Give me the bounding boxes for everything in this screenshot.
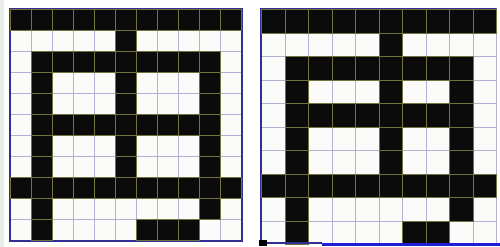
- grid-cell[interactable]: [158, 31, 178, 51]
- grid-cell[interactable]: [137, 178, 157, 198]
- grid-cell[interactable]: [137, 31, 157, 51]
- grid-cell[interactable]: [179, 136, 199, 156]
- grid-cell[interactable]: [474, 10, 497, 33]
- grid-cell[interactable]: [309, 198, 332, 221]
- grid-cell[interactable]: [116, 157, 136, 177]
- grid-cell[interactable]: [74, 10, 94, 30]
- grid-cell[interactable]: [221, 94, 241, 114]
- grid-cell[interactable]: [403, 198, 426, 221]
- grid-cell[interactable]: [11, 115, 31, 135]
- pixel-grid-left-11x11: [9, 8, 243, 242]
- grid-cell[interactable]: [116, 115, 136, 135]
- grid-cell[interactable]: [11, 10, 31, 30]
- grid-cell[interactable]: [53, 52, 73, 72]
- grid-cell[interactable]: [356, 81, 379, 104]
- grid-cell[interactable]: [32, 10, 52, 30]
- grid-cell[interactable]: [32, 31, 52, 51]
- grid-cell[interactable]: [200, 136, 220, 156]
- grid-cell[interactable]: [116, 199, 136, 219]
- grid-cell[interactable]: [333, 81, 356, 104]
- grid-cell[interactable]: [137, 136, 157, 156]
- grid-cell[interactable]: [137, 52, 157, 72]
- grid-cell[interactable]: [200, 199, 220, 219]
- grid-cell[interactable]: [380, 128, 403, 151]
- grid-cell[interactable]: [95, 115, 115, 135]
- grid-cell[interactable]: [333, 104, 356, 127]
- grid-cell[interactable]: [380, 175, 403, 198]
- grid-cell[interactable]: [309, 104, 332, 127]
- grid-cell[interactable]: [11, 136, 31, 156]
- grid-cell[interactable]: [427, 34, 450, 57]
- grid-cell[interactable]: [309, 175, 332, 198]
- grid-cell[interactable]: [450, 222, 473, 245]
- grid-cell[interactable]: [333, 128, 356, 151]
- grid-cell[interactable]: [11, 157, 31, 177]
- grid-cell[interactable]: [74, 220, 94, 240]
- grid-cell[interactable]: [53, 220, 73, 240]
- grid-cell[interactable]: [450, 34, 473, 57]
- grid-cell[interactable]: [32, 220, 52, 240]
- grid-cell[interactable]: [309, 222, 332, 245]
- grid-cell[interactable]: [221, 31, 241, 51]
- grid-cell[interactable]: [474, 34, 497, 57]
- grid-cell[interactable]: [74, 178, 94, 198]
- corner-mark: [259, 240, 267, 246]
- grid-cell[interactable]: [427, 10, 450, 33]
- grid-cell[interactable]: [221, 157, 241, 177]
- grid-cell[interactable]: [32, 52, 52, 72]
- grid-cell[interactable]: [74, 31, 94, 51]
- grid-cell[interactable]: [200, 31, 220, 51]
- grid-cell[interactable]: [427, 222, 450, 245]
- grid-cell[interactable]: [356, 57, 379, 80]
- grid-cell[interactable]: [179, 10, 199, 30]
- grid-cell[interactable]: [95, 10, 115, 30]
- grid-cell[interactable]: [427, 57, 450, 80]
- grid-cell[interactable]: [221, 10, 241, 30]
- grid-cell[interactable]: [286, 175, 309, 198]
- grid-cell[interactable]: [474, 104, 497, 127]
- grid-cell[interactable]: [380, 151, 403, 174]
- grid-cell[interactable]: [158, 115, 178, 135]
- grid-cell[interactable]: [200, 10, 220, 30]
- grid-cell[interactable]: [427, 81, 450, 104]
- grid-cell[interactable]: [286, 222, 309, 245]
- grid-cell[interactable]: [32, 199, 52, 219]
- grid-cell[interactable]: [179, 199, 199, 219]
- grid-cell[interactable]: [262, 57, 285, 80]
- grid-cell[interactable]: [286, 10, 309, 33]
- grid-cell[interactable]: [11, 52, 31, 72]
- window-bottom-edge-line: [322, 243, 500, 246]
- grid-cell[interactable]: [179, 31, 199, 51]
- grid-cell[interactable]: [309, 81, 332, 104]
- grid-cell[interactable]: [403, 175, 426, 198]
- grid-cell[interactable]: [179, 73, 199, 93]
- right-grid-bottom-border: [260, 242, 322, 244]
- grid-cell[interactable]: [356, 175, 379, 198]
- grid-cell[interactable]: [74, 94, 94, 114]
- grid-cell[interactable]: [427, 151, 450, 174]
- left-window-edge-strip: [0, 0, 4, 247]
- grid-cell[interactable]: [221, 199, 241, 219]
- grid-cell[interactable]: [450, 104, 473, 127]
- grid-cell[interactable]: [450, 57, 473, 80]
- grid-cell[interactable]: [474, 57, 497, 80]
- grid-cell[interactable]: [158, 52, 178, 72]
- grid-cell[interactable]: [95, 157, 115, 177]
- grid-cell[interactable]: [53, 199, 73, 219]
- grid-cell[interactable]: [137, 199, 157, 219]
- grid-cell[interactable]: [53, 73, 73, 93]
- grid-cell[interactable]: [95, 52, 115, 72]
- grid-cell[interactable]: [179, 178, 199, 198]
- grid-cell[interactable]: [53, 157, 73, 177]
- grid-cell[interactable]: [474, 175, 497, 198]
- grid-cell[interactable]: [221, 220, 241, 240]
- grid-cell[interactable]: [200, 52, 220, 72]
- grid-cell[interactable]: [286, 104, 309, 127]
- grid-cell[interactable]: [286, 151, 309, 174]
- grid-cell[interactable]: [427, 198, 450, 221]
- grid-cell[interactable]: [403, 222, 426, 245]
- grid-cell[interactable]: [53, 31, 73, 51]
- grid-cell[interactable]: [333, 222, 356, 245]
- grid-cell[interactable]: [286, 198, 309, 221]
- grid-cell[interactable]: [11, 94, 31, 114]
- grid-cell[interactable]: [11, 178, 31, 198]
- grid-cell[interactable]: [137, 220, 157, 240]
- grid-cell[interactable]: [200, 94, 220, 114]
- grid-cell[interactable]: [116, 94, 136, 114]
- grid-cell[interactable]: [286, 57, 309, 80]
- grid-cell[interactable]: [474, 222, 497, 245]
- grid-cell[interactable]: [262, 34, 285, 57]
- pixel-grid-right-10x10: [260, 8, 497, 244]
- grid-cell[interactable]: [116, 10, 136, 30]
- grid-cell[interactable]: [116, 220, 136, 240]
- grid-cell[interactable]: [95, 178, 115, 198]
- grid-cell[interactable]: [221, 178, 241, 198]
- grid-cell[interactable]: [95, 220, 115, 240]
- grid-cell[interactable]: [137, 73, 157, 93]
- grid-cell[interactable]: [262, 10, 285, 33]
- grid-cell[interactable]: [11, 73, 31, 93]
- grid-cell[interactable]: [309, 57, 332, 80]
- grid-cell[interactable]: [403, 151, 426, 174]
- grid-cell[interactable]: [200, 73, 220, 93]
- grid-cell[interactable]: [474, 128, 497, 151]
- grid-cell[interactable]: [116, 178, 136, 198]
- grid-cell[interactable]: [262, 104, 285, 127]
- grid-cell[interactable]: [221, 115, 241, 135]
- grid-cell[interactable]: [380, 81, 403, 104]
- grid-cell[interactable]: [221, 52, 241, 72]
- grid-cell[interactable]: [158, 220, 178, 240]
- grid-cell[interactable]: [74, 199, 94, 219]
- grid-cell[interactable]: [179, 220, 199, 240]
- grid-cell[interactable]: [53, 94, 73, 114]
- grid-cell[interactable]: [179, 52, 199, 72]
- grid-cell[interactable]: [309, 151, 332, 174]
- grid-cell[interactable]: [380, 104, 403, 127]
- grid-cell[interactable]: [74, 73, 94, 93]
- grid-cell[interactable]: [74, 136, 94, 156]
- grid-cell[interactable]: [11, 31, 31, 51]
- grid-cell[interactable]: [356, 34, 379, 57]
- grid-cell[interactable]: [158, 10, 178, 30]
- grid-cell[interactable]: [32, 136, 52, 156]
- grid-cell[interactable]: [95, 136, 115, 156]
- grid-cell[interactable]: [474, 198, 497, 221]
- grid-cell[interactable]: [179, 94, 199, 114]
- grid-cell[interactable]: [158, 157, 178, 177]
- grid-cell[interactable]: [179, 115, 199, 135]
- grid-cell[interactable]: [137, 157, 157, 177]
- grid-cell[interactable]: [137, 94, 157, 114]
- grid-cell[interactable]: [221, 136, 241, 156]
- grid-cell[interactable]: [380, 10, 403, 33]
- grid-cell[interactable]: [356, 128, 379, 151]
- grid-cell[interactable]: [333, 10, 356, 33]
- grid-cell[interactable]: [403, 81, 426, 104]
- grid-cell[interactable]: [356, 198, 379, 221]
- grid-cell[interactable]: [309, 128, 332, 151]
- grid-cell[interactable]: [450, 10, 473, 33]
- grid-cell[interactable]: [427, 128, 450, 151]
- grid-cell[interactable]: [356, 104, 379, 127]
- grid-cell[interactable]: [221, 73, 241, 93]
- grid-cell[interactable]: [53, 178, 73, 198]
- grid-cell[interactable]: [95, 31, 115, 51]
- grid-cell[interactable]: [474, 81, 497, 104]
- grid-cell[interactable]: [53, 10, 73, 30]
- grid-cell[interactable]: [95, 73, 115, 93]
- grid-cell[interactable]: [137, 115, 157, 135]
- grid-cell[interactable]: [380, 34, 403, 57]
- grid-cell[interactable]: [286, 128, 309, 151]
- grid-cell[interactable]: [53, 115, 73, 135]
- grid-cell[interactable]: [403, 57, 426, 80]
- grid-cell[interactable]: [158, 94, 178, 114]
- grid-cell[interactable]: [262, 81, 285, 104]
- grid-cell[interactable]: [333, 198, 356, 221]
- grid-cell[interactable]: [158, 178, 178, 198]
- grid-cell[interactable]: [158, 73, 178, 93]
- grid-cell[interactable]: [333, 175, 356, 198]
- grid-cell[interactable]: [179, 157, 199, 177]
- grid-cell[interactable]: [403, 128, 426, 151]
- grid-cell[interactable]: [74, 115, 94, 135]
- grid-cell[interactable]: [95, 94, 115, 114]
- grid-cell[interactable]: [450, 151, 473, 174]
- grid-cell[interactable]: [450, 81, 473, 104]
- grid-cell[interactable]: [116, 52, 136, 72]
- grid-cell[interactable]: [200, 157, 220, 177]
- grid-cell[interactable]: [74, 157, 94, 177]
- grid-cell[interactable]: [32, 115, 52, 135]
- grid-cell[interactable]: [380, 198, 403, 221]
- grid-cell[interactable]: [11, 199, 31, 219]
- grid-cell[interactable]: [116, 31, 136, 51]
- grid-cell[interactable]: [333, 151, 356, 174]
- grid-cell[interactable]: [262, 175, 285, 198]
- grid-cell[interactable]: [32, 178, 52, 198]
- grid-cell[interactable]: [427, 175, 450, 198]
- grid-cell[interactable]: [262, 128, 285, 151]
- grid-cell[interactable]: [427, 104, 450, 127]
- grid-cell[interactable]: [137, 10, 157, 30]
- grid-cell[interactable]: [356, 222, 379, 245]
- grid-cell[interactable]: [309, 34, 332, 57]
- grid-cell[interactable]: [158, 199, 178, 219]
- grid-cell[interactable]: [309, 10, 332, 33]
- grid-cell[interactable]: [286, 81, 309, 104]
- grid-cell[interactable]: [286, 34, 309, 57]
- grid-cell[interactable]: [380, 57, 403, 80]
- grid-cell[interactable]: [262, 151, 285, 174]
- grid-cell[interactable]: [158, 136, 178, 156]
- grid-cell[interactable]: [95, 199, 115, 219]
- grid-cell[interactable]: [200, 220, 220, 240]
- grid-cell[interactable]: [74, 52, 94, 72]
- grid-cell[interactable]: [356, 151, 379, 174]
- grid-cell[interactable]: [403, 10, 426, 33]
- grid-cell[interactable]: [116, 73, 136, 93]
- grid-cell[interactable]: [403, 34, 426, 57]
- grid-cell[interactable]: [380, 222, 403, 245]
- grid-cell[interactable]: [403, 104, 426, 127]
- grid-cell[interactable]: [53, 136, 73, 156]
- grid-cell[interactable]: [200, 178, 220, 198]
- grid-cell[interactable]: [32, 73, 52, 93]
- grid-cell[interactable]: [11, 220, 31, 240]
- grid-cell[interactable]: [32, 94, 52, 114]
- grid-cell[interactable]: [450, 128, 473, 151]
- grid-cell[interactable]: [116, 136, 136, 156]
- grid-cell[interactable]: [32, 157, 52, 177]
- grid-cell[interactable]: [333, 34, 356, 57]
- grid-cell[interactable]: [356, 10, 379, 33]
- grid-cell[interactable]: [450, 175, 473, 198]
- grid-cell[interactable]: [200, 115, 220, 135]
- grid-cell[interactable]: [450, 198, 473, 221]
- grid-cell[interactable]: [333, 57, 356, 80]
- grid-cell[interactable]: [262, 198, 285, 221]
- grid-cell[interactable]: [474, 151, 497, 174]
